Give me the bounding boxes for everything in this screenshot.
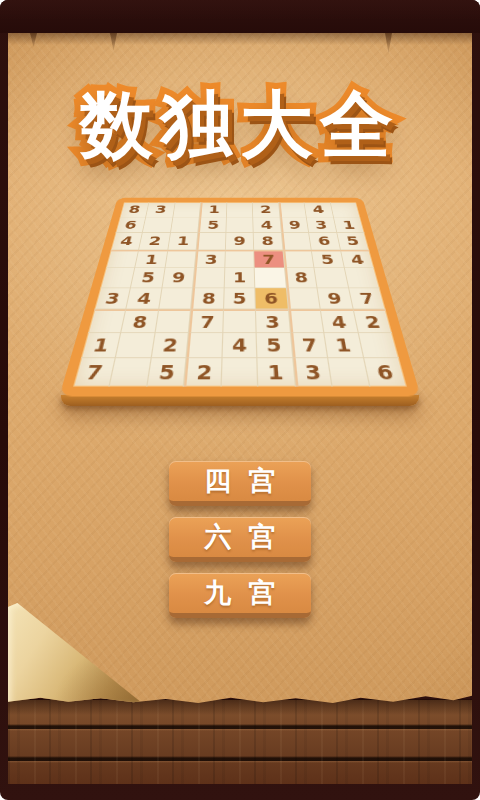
cell-r3c1: 4 xyxy=(111,233,143,250)
cell-r6c3 xyxy=(159,288,193,310)
cell-r9c8 xyxy=(328,359,369,387)
cell-r1c8: 4 xyxy=(305,202,334,217)
cell-r8c1: 1 xyxy=(81,333,122,359)
cell-r2c9: 1 xyxy=(333,217,364,233)
cell-r8c6: 5 xyxy=(257,333,293,359)
cell-r9c6: 1 xyxy=(258,359,296,387)
cell-r2c7: 9 xyxy=(280,217,309,233)
cell-r5c1 xyxy=(100,268,135,288)
cell-r4c8: 5 xyxy=(312,250,345,268)
cell-r4c3 xyxy=(165,250,197,268)
cell-r6c9: 7 xyxy=(349,288,386,310)
cell-r5c5: 1 xyxy=(224,268,255,288)
cell-r1c9 xyxy=(330,202,360,217)
cell-r7c9: 2 xyxy=(353,310,392,333)
cell-r4c7 xyxy=(283,250,315,268)
cell-r2c3 xyxy=(171,217,200,233)
cell-r5c7: 8 xyxy=(285,268,318,288)
cell-r1c1: 8 xyxy=(120,202,150,217)
cell-r5c4 xyxy=(193,268,225,288)
cell-r1c2: 3 xyxy=(146,202,175,217)
cell-r2c5 xyxy=(226,217,254,233)
cell-r1c3 xyxy=(173,202,201,217)
cell-r4c2: 1 xyxy=(136,250,169,268)
cell-r3c8: 6 xyxy=(309,233,340,250)
top-frame-bar xyxy=(0,0,480,33)
cell-r1c7 xyxy=(279,202,307,217)
cell-r1c6: 2 xyxy=(253,202,280,217)
cell-r9c1: 7 xyxy=(73,359,116,387)
nine-grid-button[interactable]: 九宫 xyxy=(169,573,311,618)
cell-r9c4: 2 xyxy=(184,359,222,387)
app-frame: 数独大全 83124654931421986513754591834856978… xyxy=(0,0,480,800)
cell-r9c7: 3 xyxy=(293,359,333,387)
cell-r4c6: 7 xyxy=(254,250,284,268)
cell-r8c9 xyxy=(358,333,399,359)
cell-r5c9 xyxy=(344,268,379,288)
cell-r3c3: 1 xyxy=(168,233,198,250)
four-grid-button[interactable]: 四宫 xyxy=(169,461,311,506)
board-scene: 8312465493142198651375459183485697873421… xyxy=(59,198,421,397)
cell-r7c5 xyxy=(223,310,257,333)
cell-r5c6 xyxy=(255,268,287,288)
cell-r6c6: 6 xyxy=(256,288,289,310)
cell-r2c6: 4 xyxy=(253,217,281,233)
cell-r6c4: 8 xyxy=(191,288,224,310)
board-under-edge xyxy=(61,395,419,406)
cell-r8c3: 2 xyxy=(152,333,190,359)
cell-r8c5: 4 xyxy=(222,333,257,359)
sudoku-board: 8312465493142198651375459183485697873421… xyxy=(59,198,421,397)
paper-edge-shadow xyxy=(8,699,472,715)
cell-r3c9: 5 xyxy=(337,233,369,250)
cell-r7c8: 4 xyxy=(321,310,358,333)
cell-r6c7 xyxy=(287,288,321,310)
six-grid-button[interactable]: 六宫 xyxy=(169,517,311,562)
page-title: 数独大全 xyxy=(8,77,472,176)
cell-r3c2: 2 xyxy=(139,233,170,250)
cell-r7c6: 3 xyxy=(256,310,291,333)
cell-r1c4: 1 xyxy=(200,202,227,217)
cell-r3c4 xyxy=(197,233,226,250)
cell-r3c6: 8 xyxy=(254,233,283,250)
cell-r5c2: 5 xyxy=(131,268,165,288)
cell-r5c8 xyxy=(315,268,349,288)
cell-r7c3 xyxy=(155,310,191,333)
cell-r3c7 xyxy=(282,233,312,250)
paper-tear xyxy=(30,33,37,47)
paper-tear xyxy=(385,33,392,53)
cell-r9c5 xyxy=(221,359,258,387)
cell-r9c2 xyxy=(110,359,151,387)
cell-r4c4: 3 xyxy=(195,250,225,268)
cell-r8c2 xyxy=(116,333,155,359)
cell-r7c4: 7 xyxy=(189,310,224,333)
cell-r4c9: 4 xyxy=(341,250,375,268)
cell-r9c3: 5 xyxy=(147,359,187,387)
paper-tear xyxy=(110,33,117,51)
cell-r4c5 xyxy=(225,250,255,268)
cell-r6c1: 3 xyxy=(94,288,131,310)
cell-r7c1 xyxy=(88,310,127,333)
cell-r8c4 xyxy=(187,333,223,359)
cell-r8c7: 7 xyxy=(291,333,329,359)
cell-r9c9: 6 xyxy=(364,359,407,387)
cell-r2c2 xyxy=(143,217,173,233)
cell-r2c8: 3 xyxy=(307,217,337,233)
cell-r6c5: 5 xyxy=(224,288,256,310)
cell-r2c4: 5 xyxy=(198,217,226,233)
paper-background: 数独大全 83124654931421986513754591834856978… xyxy=(8,33,472,703)
cell-r1c5 xyxy=(227,202,254,217)
cell-r4c1 xyxy=(106,250,140,268)
cell-r6c8: 9 xyxy=(318,288,354,310)
cell-r6c2: 4 xyxy=(127,288,163,310)
cell-r2c1: 6 xyxy=(115,217,146,233)
cell-r5c3: 9 xyxy=(162,268,195,288)
cell-r8c8: 1 xyxy=(325,333,364,359)
cell-r7c2: 8 xyxy=(122,310,159,333)
cell-r3c5: 9 xyxy=(226,233,255,250)
cell-r7c7 xyxy=(289,310,325,333)
